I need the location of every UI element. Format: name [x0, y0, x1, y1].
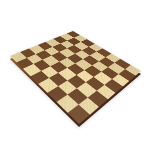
chessboard [0, 0, 150, 150]
photo-background [0, 0, 150, 150]
